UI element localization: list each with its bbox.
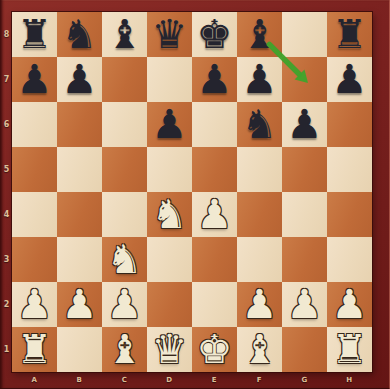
- file-label-b: B: [57, 373, 102, 389]
- chess-board[interactable]: ♜♞♝♛♚♝♜♟♟♟♟♟♟♞♟♞♟♞♟♟♟♟♟♟♜♝♛♚♝♜: [12, 12, 372, 372]
- piece-white-pawn-c2[interactable]: ♟: [107, 282, 143, 327]
- square-h2[interactable]: ♟: [327, 282, 372, 327]
- piece-white-rook-a1[interactable]: ♜: [17, 327, 53, 372]
- piece-white-queen-d1[interactable]: ♛: [152, 327, 188, 372]
- square-b3[interactable]: [57, 237, 102, 282]
- square-f7[interactable]: ♟: [237, 57, 282, 102]
- file-label-d: D: [147, 373, 192, 389]
- square-d4[interactable]: ♞: [147, 192, 192, 237]
- piece-black-king-e8[interactable]: ♚: [197, 12, 233, 57]
- square-a5[interactable]: [12, 147, 57, 192]
- square-b6[interactable]: [57, 102, 102, 147]
- square-d3[interactable]: [147, 237, 192, 282]
- piece-white-pawn-a2[interactable]: ♟: [17, 282, 53, 327]
- square-f3[interactable]: [237, 237, 282, 282]
- square-e1[interactable]: ♚: [192, 327, 237, 372]
- piece-black-pawn-h7[interactable]: ♟: [332, 57, 368, 102]
- piece-black-pawn-b7[interactable]: ♟: [62, 57, 98, 102]
- file-label-f: F: [237, 373, 282, 389]
- square-b7[interactable]: ♟: [57, 57, 102, 102]
- square-d6[interactable]: ♟: [147, 102, 192, 147]
- square-g4[interactable]: [282, 192, 327, 237]
- square-c8[interactable]: ♝: [102, 12, 147, 57]
- square-h3[interactable]: [327, 237, 372, 282]
- square-h6[interactable]: [327, 102, 372, 147]
- square-e7[interactable]: ♟: [192, 57, 237, 102]
- square-g6[interactable]: ♟: [282, 102, 327, 147]
- piece-white-pawn-b2[interactable]: ♟: [62, 282, 98, 327]
- square-d2[interactable]: [147, 282, 192, 327]
- square-g7[interactable]: [282, 57, 327, 102]
- rank-label-6: 6: [2, 102, 11, 147]
- piece-white-rook-h1[interactable]: ♜: [332, 327, 368, 372]
- square-a1[interactable]: ♜: [12, 327, 57, 372]
- square-e2[interactable]: [192, 282, 237, 327]
- square-a3[interactable]: [12, 237, 57, 282]
- piece-black-pawn-f7[interactable]: ♟: [242, 57, 278, 102]
- file-label-g: G: [282, 373, 327, 389]
- square-g2[interactable]: ♟: [282, 282, 327, 327]
- square-b5[interactable]: [57, 147, 102, 192]
- square-b1[interactable]: [57, 327, 102, 372]
- square-f5[interactable]: [237, 147, 282, 192]
- square-h4[interactable]: [327, 192, 372, 237]
- square-e6[interactable]: [192, 102, 237, 147]
- piece-black-bishop-c8[interactable]: ♝: [107, 12, 143, 57]
- piece-white-pawn-e4[interactable]: ♟: [197, 192, 233, 237]
- piece-black-pawn-g6[interactable]: ♟: [287, 102, 323, 147]
- square-c5[interactable]: [102, 147, 147, 192]
- piece-white-knight-d4[interactable]: ♞: [152, 192, 188, 237]
- square-a6[interactable]: [12, 102, 57, 147]
- rank-label-3: 3: [2, 237, 11, 282]
- square-h5[interactable]: [327, 147, 372, 192]
- square-f8[interactable]: ♝: [237, 12, 282, 57]
- rank-label-8: 8: [2, 12, 11, 57]
- square-d1[interactable]: ♛: [147, 327, 192, 372]
- piece-black-rook-h8[interactable]: ♜: [332, 12, 368, 57]
- square-g8[interactable]: [282, 12, 327, 57]
- file-label-h: H: [327, 373, 372, 389]
- square-e5[interactable]: [192, 147, 237, 192]
- square-h7[interactable]: ♟: [327, 57, 372, 102]
- rank-label-5: 5: [2, 147, 11, 192]
- rank-label-2: 2: [2, 282, 11, 327]
- square-h8[interactable]: ♜: [327, 12, 372, 57]
- square-g5[interactable]: [282, 147, 327, 192]
- file-label-c: C: [102, 373, 147, 389]
- file-label-a: A: [12, 373, 57, 389]
- piece-white-bishop-f1[interactable]: ♝: [242, 327, 278, 372]
- piece-white-pawn-f2[interactable]: ♟: [242, 282, 278, 327]
- square-f1[interactable]: ♝: [237, 327, 282, 372]
- square-c1[interactable]: ♝: [102, 327, 147, 372]
- piece-black-pawn-d6[interactable]: ♟: [152, 102, 188, 147]
- square-d8[interactable]: ♛: [147, 12, 192, 57]
- piece-white-king-e1[interactable]: ♚: [197, 327, 233, 372]
- piece-black-pawn-e7[interactable]: ♟: [197, 57, 233, 102]
- piece-black-knight-f6[interactable]: ♞: [242, 102, 278, 147]
- square-c2[interactable]: ♟: [102, 282, 147, 327]
- rank-label-1: 1: [2, 327, 11, 372]
- chess-board-frame: ♜♞♝♛♚♝♜♟♟♟♟♟♟♞♟♞♟♞♟♟♟♟♟♟♜♝♛♚♝♜ 87654321 …: [0, 0, 390, 389]
- square-e4[interactable]: ♟: [192, 192, 237, 237]
- square-g3[interactable]: [282, 237, 327, 282]
- square-d7[interactable]: [147, 57, 192, 102]
- file-label-e: E: [192, 373, 237, 389]
- piece-white-knight-c3[interactable]: ♞: [107, 237, 143, 282]
- square-c4[interactable]: [102, 192, 147, 237]
- square-h1[interactable]: ♜: [327, 327, 372, 372]
- piece-black-knight-b8[interactable]: ♞: [62, 12, 98, 57]
- square-g1[interactable]: [282, 327, 327, 372]
- square-e3[interactable]: [192, 237, 237, 282]
- square-a4[interactable]: [12, 192, 57, 237]
- piece-black-queen-d8[interactable]: ♛: [152, 12, 188, 57]
- square-e8[interactable]: ♚: [192, 12, 237, 57]
- square-f2[interactable]: ♟: [237, 282, 282, 327]
- square-a2[interactable]: ♟: [12, 282, 57, 327]
- square-b4[interactable]: [57, 192, 102, 237]
- rank-label-7: 7: [2, 57, 11, 102]
- piece-black-pawn-a7[interactable]: ♟: [17, 57, 53, 102]
- piece-black-bishop-f8[interactable]: ♝: [242, 12, 278, 57]
- square-a7[interactable]: ♟: [12, 57, 57, 102]
- square-c7[interactable]: [102, 57, 147, 102]
- square-c3[interactable]: ♞: [102, 237, 147, 282]
- piece-white-bishop-c1[interactable]: ♝: [107, 327, 143, 372]
- square-b2[interactable]: ♟: [57, 282, 102, 327]
- rank-label-4: 4: [2, 192, 11, 237]
- piece-white-pawn-g2[interactable]: ♟: [287, 282, 323, 327]
- square-b8[interactable]: ♞: [57, 12, 102, 57]
- square-f6[interactable]: ♞: [237, 102, 282, 147]
- square-f4[interactable]: [237, 192, 282, 237]
- square-c6[interactable]: [102, 102, 147, 147]
- piece-white-pawn-h2[interactable]: ♟: [332, 282, 368, 327]
- square-a8[interactable]: ♜: [12, 12, 57, 57]
- piece-black-rook-a8[interactable]: ♜: [17, 12, 53, 57]
- square-d5[interactable]: [147, 147, 192, 192]
